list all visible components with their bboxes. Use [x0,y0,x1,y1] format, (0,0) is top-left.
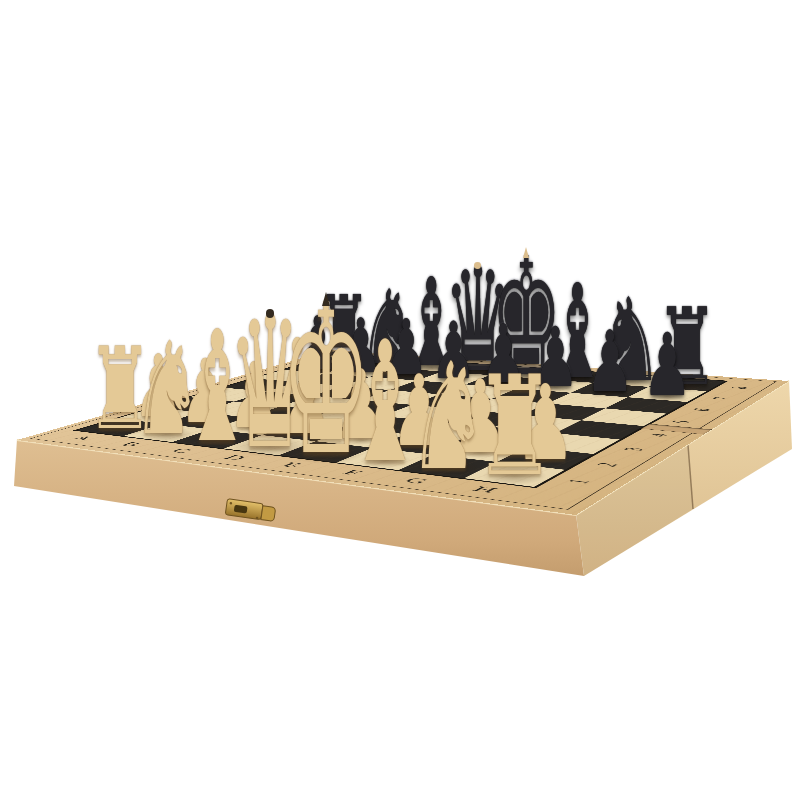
piece-glyph: ♜ [474,359,557,497]
chess-set-photo: ABCDEFGH87654321 ♜♞♝♛♚♝♞♜♟♟♟♟♟♟♟♟♟♟♟♟♟♟♟… [0,0,800,800]
piece-glyph: ♟ [642,323,692,410]
rank-label-text: 4 [642,433,673,438]
rank-label-text: 8 [725,386,752,390]
rank-label-text: 3 [617,447,649,452]
rank-label-text: 5 [665,420,695,425]
piece-glyph: ♟ [585,320,634,404]
rank-label-text: 2 [590,462,624,468]
